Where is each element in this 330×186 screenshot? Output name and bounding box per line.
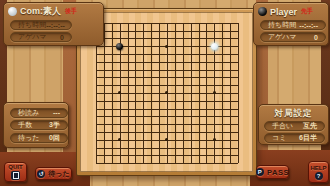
board-cell[interactable] xyxy=(139,74,147,82)
board-cell[interactable] xyxy=(108,151,116,159)
board-cell[interactable] xyxy=(195,35,203,43)
board-cell[interactable] xyxy=(210,35,218,43)
board-cell[interactable] xyxy=(218,50,226,58)
board-cell[interactable] xyxy=(108,136,116,144)
board-cell[interactable] xyxy=(226,128,234,136)
board-cell[interactable] xyxy=(108,89,116,97)
board-cell[interactable] xyxy=(218,42,226,50)
board-cell[interactable] xyxy=(139,151,147,159)
board-cell[interactable] xyxy=(195,58,203,66)
board-cell[interactable] xyxy=(218,66,226,74)
board-cell[interactable] xyxy=(139,66,147,74)
board-cell[interactable] xyxy=(226,35,234,43)
board-cell[interactable] xyxy=(92,159,100,167)
board-cell[interactable] xyxy=(147,42,155,50)
board-cell[interactable] xyxy=(147,35,155,43)
board-cell[interactable] xyxy=(139,120,147,128)
board-cell[interactable] xyxy=(203,50,211,58)
board-cell[interactable] xyxy=(226,97,234,105)
board-cell[interactable] xyxy=(226,74,234,82)
board-cell[interactable] xyxy=(195,89,203,97)
board-cell[interactable] xyxy=(226,151,234,159)
board-cell[interactable] xyxy=(163,144,171,152)
board-cell[interactable] xyxy=(100,74,108,82)
board-cell[interactable] xyxy=(171,128,179,136)
board-cell[interactable] xyxy=(195,97,203,105)
board-cell[interactable] xyxy=(218,105,226,113)
board-cell[interactable] xyxy=(116,144,124,152)
board-cell[interactable] xyxy=(131,151,139,159)
board-cell[interactable] xyxy=(163,89,171,97)
board-cell[interactable] xyxy=(147,105,155,113)
board-cell[interactable] xyxy=(124,112,132,120)
board-cell[interactable] xyxy=(187,112,195,120)
board-cell[interactable] xyxy=(124,120,132,128)
board-cell[interactable] xyxy=(116,136,124,144)
board-cell[interactable] xyxy=(179,159,187,167)
board-cell[interactable] xyxy=(155,97,163,105)
board-cell[interactable] xyxy=(218,136,226,144)
board-cell[interactable] xyxy=(218,112,226,120)
board-cell[interactable] xyxy=(108,74,116,82)
board-cell[interactable] xyxy=(92,112,100,120)
board-cell[interactable] xyxy=(155,144,163,152)
board-cell[interactable] xyxy=(210,159,218,167)
board-cell[interactable] xyxy=(179,19,187,27)
board-cell[interactable] xyxy=(234,35,242,43)
board-cell[interactable] xyxy=(179,128,187,136)
board-cell[interactable] xyxy=(108,27,116,35)
board-cell[interactable] xyxy=(187,35,195,43)
board-grid[interactable] xyxy=(92,19,242,167)
board-cell[interactable] xyxy=(187,81,195,89)
board-cell[interactable] xyxy=(131,42,139,50)
board-cell[interactable] xyxy=(203,27,211,35)
board-cell[interactable] xyxy=(139,128,147,136)
board-cell[interactable] xyxy=(171,105,179,113)
board-cell[interactable] xyxy=(234,19,242,27)
board-cell[interactable] xyxy=(131,27,139,35)
board-cell[interactable] xyxy=(234,89,242,97)
board-cell[interactable] xyxy=(210,19,218,27)
board-cell[interactable] xyxy=(131,35,139,43)
board-cell[interactable] xyxy=(203,144,211,152)
board-cell[interactable] xyxy=(100,151,108,159)
board-cell[interactable] xyxy=(179,81,187,89)
board-cell[interactable] xyxy=(203,74,211,82)
board-cell[interactable] xyxy=(124,27,132,35)
board-cell[interactable] xyxy=(116,81,124,89)
board-cell[interactable] xyxy=(179,27,187,35)
board-cell[interactable] xyxy=(195,50,203,58)
board-cell[interactable] xyxy=(187,136,195,144)
board-cell[interactable] xyxy=(139,136,147,144)
board-cell[interactable] xyxy=(108,58,116,66)
board-cell[interactable] xyxy=(218,97,226,105)
board-cell[interactable] xyxy=(171,144,179,152)
board-cell[interactable] xyxy=(155,74,163,82)
board-cell[interactable] xyxy=(203,58,211,66)
board-cell[interactable] xyxy=(147,151,155,159)
board-cell[interactable] xyxy=(187,42,195,50)
board-cell[interactable] xyxy=(92,105,100,113)
board-cell[interactable] xyxy=(163,66,171,74)
board-cell[interactable] xyxy=(155,159,163,167)
board-cell[interactable] xyxy=(116,151,124,159)
board-cell[interactable] xyxy=(139,81,147,89)
board-cell[interactable] xyxy=(108,19,116,27)
board-cell[interactable] xyxy=(116,50,124,58)
board-cell[interactable] xyxy=(218,81,226,89)
board-cell[interactable] xyxy=(108,159,116,167)
board-cell[interactable] xyxy=(210,27,218,35)
board-cell[interactable] xyxy=(218,128,226,136)
board-cell[interactable] xyxy=(108,35,116,43)
board-cell[interactable] xyxy=(139,27,147,35)
board-cell[interactable] xyxy=(92,81,100,89)
board-cell[interactable] xyxy=(210,66,218,74)
board-cell[interactable] xyxy=(218,120,226,128)
board-cell[interactable] xyxy=(100,144,108,152)
board-cell[interactable] xyxy=(226,27,234,35)
board-cell[interactable] xyxy=(155,120,163,128)
help-button[interactable]: HELP ? xyxy=(308,161,329,183)
board-cell[interactable] xyxy=(147,58,155,66)
board-cell[interactable] xyxy=(218,19,226,27)
board-cell[interactable] xyxy=(226,89,234,97)
board-cell[interactable] xyxy=(116,58,124,66)
board-cell[interactable] xyxy=(124,89,132,97)
pass-button[interactable]: P PASS xyxy=(256,165,289,179)
board-cell[interactable] xyxy=(187,120,195,128)
board-cell[interactable] xyxy=(139,144,147,152)
board-cell[interactable] xyxy=(163,159,171,167)
board-cell[interactable] xyxy=(155,19,163,27)
board-cell[interactable] xyxy=(100,89,108,97)
board-cell[interactable] xyxy=(234,58,242,66)
board-cell[interactable] xyxy=(108,112,116,120)
board-cell[interactable] xyxy=(179,89,187,97)
board-cell[interactable] xyxy=(147,50,155,58)
board-cell[interactable] xyxy=(131,97,139,105)
board-cell[interactable] xyxy=(195,136,203,144)
board-cell[interactable] xyxy=(108,50,116,58)
board-cell[interactable] xyxy=(203,112,211,120)
board-cell[interactable] xyxy=(100,66,108,74)
board-cell[interactable] xyxy=(234,112,242,120)
board-cell[interactable] xyxy=(131,159,139,167)
board-cell[interactable] xyxy=(179,97,187,105)
board-cell[interactable] xyxy=(124,66,132,74)
board-cell[interactable] xyxy=(226,159,234,167)
board-cell[interactable] xyxy=(187,58,195,66)
board-cell[interactable] xyxy=(179,144,187,152)
board-cell[interactable] xyxy=(226,66,234,74)
board-cell[interactable] xyxy=(100,105,108,113)
board-cell[interactable] xyxy=(92,136,100,144)
board-cell[interactable] xyxy=(139,35,147,43)
board-cell[interactable] xyxy=(92,151,100,159)
board-cell[interactable] xyxy=(124,35,132,43)
board-cell[interactable] xyxy=(131,112,139,120)
board-cell[interactable] xyxy=(131,136,139,144)
board-cell[interactable] xyxy=(131,66,139,74)
board-cell[interactable] xyxy=(131,50,139,58)
board-cell[interactable] xyxy=(124,19,132,27)
board-cell[interactable] xyxy=(147,74,155,82)
board-cell[interactable] xyxy=(234,27,242,35)
board-cell[interactable] xyxy=(116,159,124,167)
board-cell[interactable] xyxy=(187,19,195,27)
board-cell[interactable] xyxy=(203,97,211,105)
board-cell[interactable] xyxy=(147,97,155,105)
board-cell[interactable] xyxy=(100,58,108,66)
board-cell[interactable] xyxy=(92,128,100,136)
board-cell[interactable] xyxy=(226,50,234,58)
board-cell[interactable] xyxy=(116,105,124,113)
board-cell[interactable] xyxy=(116,97,124,105)
board-cell[interactable] xyxy=(187,50,195,58)
board-cell[interactable] xyxy=(163,112,171,120)
board-cell[interactable] xyxy=(226,144,234,152)
board-cell[interactable] xyxy=(226,58,234,66)
board-cell[interactable] xyxy=(195,81,203,89)
board-cell[interactable] xyxy=(92,50,100,58)
board-cell[interactable] xyxy=(108,66,116,74)
board-cell[interactable] xyxy=(195,19,203,27)
board-cell[interactable] xyxy=(171,35,179,43)
board-cell[interactable] xyxy=(218,27,226,35)
board-cell[interactable] xyxy=(100,120,108,128)
board-cell[interactable] xyxy=(131,128,139,136)
board-cell[interactable] xyxy=(210,42,218,50)
board-cell[interactable] xyxy=(163,151,171,159)
board-cell[interactable] xyxy=(116,27,124,35)
board-cell[interactable] xyxy=(203,42,211,50)
board-cell[interactable] xyxy=(155,136,163,144)
board-cell[interactable] xyxy=(124,42,132,50)
board-cell[interactable] xyxy=(171,19,179,27)
board-cell[interactable] xyxy=(100,97,108,105)
board-cell[interactable] xyxy=(195,112,203,120)
board-cell[interactable] xyxy=(210,97,218,105)
board-cell[interactable] xyxy=(163,128,171,136)
board-cell[interactable] xyxy=(139,19,147,27)
board-cell[interactable] xyxy=(108,105,116,113)
board-cell[interactable] xyxy=(171,136,179,144)
board-cell[interactable] xyxy=(92,58,100,66)
board-cell[interactable] xyxy=(203,120,211,128)
board-cell[interactable] xyxy=(171,81,179,89)
board-cell[interactable] xyxy=(163,136,171,144)
board-cell[interactable] xyxy=(100,136,108,144)
board-cell[interactable] xyxy=(187,151,195,159)
board-cell[interactable] xyxy=(147,89,155,97)
board-cell[interactable] xyxy=(203,159,211,167)
board-cell[interactable] xyxy=(195,105,203,113)
board-cell[interactable] xyxy=(179,136,187,144)
board-cell[interactable] xyxy=(116,35,124,43)
board-cell[interactable] xyxy=(210,128,218,136)
board-cell[interactable] xyxy=(124,159,132,167)
board-cell[interactable] xyxy=(163,81,171,89)
board-cell[interactable] xyxy=(163,58,171,66)
board-cell[interactable] xyxy=(226,136,234,144)
board-cell[interactable] xyxy=(171,97,179,105)
board-cell[interactable] xyxy=(195,144,203,152)
board-cell[interactable] xyxy=(163,105,171,113)
board-cell[interactable] xyxy=(108,42,116,50)
board-cell[interactable] xyxy=(147,27,155,35)
board-cell[interactable] xyxy=(195,66,203,74)
board-cell[interactable] xyxy=(203,35,211,43)
board-cell[interactable] xyxy=(210,105,218,113)
board-cell[interactable] xyxy=(147,136,155,144)
board-cell[interactable] xyxy=(163,120,171,128)
board-cell[interactable] xyxy=(147,128,155,136)
board-cell[interactable] xyxy=(92,89,100,97)
board-cell[interactable] xyxy=(203,136,211,144)
board-cell[interactable] xyxy=(234,151,242,159)
board-cell[interactable] xyxy=(179,112,187,120)
board-cell[interactable] xyxy=(108,97,116,105)
board-cell[interactable] xyxy=(155,50,163,58)
board-cell[interactable] xyxy=(131,81,139,89)
board-cell[interactable] xyxy=(116,89,124,97)
board-cell[interactable] xyxy=(116,112,124,120)
board-cell[interactable] xyxy=(147,144,155,152)
board-cell[interactable] xyxy=(124,151,132,159)
board-cell[interactable] xyxy=(163,97,171,105)
board-cell[interactable] xyxy=(218,35,226,43)
board-cell[interactable] xyxy=(155,105,163,113)
board-cell[interactable] xyxy=(187,27,195,35)
board-cell[interactable] xyxy=(131,120,139,128)
board-cell[interactable] xyxy=(203,151,211,159)
board-cell[interactable] xyxy=(155,81,163,89)
board-cell[interactable] xyxy=(131,58,139,66)
board-cell[interactable] xyxy=(131,105,139,113)
board-cell[interactable] xyxy=(100,81,108,89)
board-cell[interactable] xyxy=(179,120,187,128)
board-cell[interactable] xyxy=(100,128,108,136)
board-cell[interactable] xyxy=(131,89,139,97)
board-cell[interactable] xyxy=(187,66,195,74)
board-cell[interactable] xyxy=(187,159,195,167)
board-cell[interactable] xyxy=(210,136,218,144)
board-cell[interactable] xyxy=(234,136,242,144)
board-cell[interactable] xyxy=(210,89,218,97)
board-cell[interactable] xyxy=(234,42,242,50)
board-cell[interactable] xyxy=(210,144,218,152)
board-cell[interactable] xyxy=(124,58,132,66)
board-cell[interactable] xyxy=(195,42,203,50)
board-cell[interactable] xyxy=(234,81,242,89)
board-cell[interactable] xyxy=(131,19,139,27)
board-cell[interactable] xyxy=(218,89,226,97)
board-cell[interactable] xyxy=(203,66,211,74)
board-cell[interactable] xyxy=(92,74,100,82)
board-cell[interactable] xyxy=(116,42,124,50)
board-cell[interactable] xyxy=(155,89,163,97)
board-cell[interactable] xyxy=(124,105,132,113)
board-cell[interactable] xyxy=(179,35,187,43)
board-cell[interactable] xyxy=(234,144,242,152)
board-cell[interactable] xyxy=(171,66,179,74)
board-cell[interactable] xyxy=(226,42,234,50)
board-cell[interactable] xyxy=(139,58,147,66)
board-cell[interactable] xyxy=(203,89,211,97)
board-cell[interactable] xyxy=(234,66,242,74)
board-cell[interactable] xyxy=(179,105,187,113)
board-cell[interactable] xyxy=(195,74,203,82)
board-cell[interactable] xyxy=(171,89,179,97)
board-cell[interactable] xyxy=(179,74,187,82)
board-cell[interactable] xyxy=(139,159,147,167)
board-cell[interactable] xyxy=(210,58,218,66)
board-cell[interactable] xyxy=(218,74,226,82)
board-cell[interactable] xyxy=(179,42,187,50)
board-cell[interactable] xyxy=(163,50,171,58)
board-cell[interactable] xyxy=(187,97,195,105)
board-cell[interactable] xyxy=(124,136,132,144)
board-cell[interactable] xyxy=(203,19,211,27)
board-cell[interactable] xyxy=(226,120,234,128)
board-cell[interactable] xyxy=(171,58,179,66)
board-cell[interactable] xyxy=(139,50,147,58)
board-cell[interactable] xyxy=(163,42,171,50)
board-cell[interactable] xyxy=(171,112,179,120)
board-cell[interactable] xyxy=(139,42,147,50)
board-cell[interactable] xyxy=(124,97,132,105)
board-cell[interactable] xyxy=(179,66,187,74)
board-cell[interactable] xyxy=(226,81,234,89)
board-cell[interactable] xyxy=(218,159,226,167)
board-cell[interactable] xyxy=(100,112,108,120)
board-cell[interactable] xyxy=(210,151,218,159)
board-cell[interactable] xyxy=(163,27,171,35)
board-cell[interactable] xyxy=(116,19,124,27)
board-cell[interactable] xyxy=(108,81,116,89)
board-cell[interactable] xyxy=(234,50,242,58)
board-cell[interactable] xyxy=(100,159,108,167)
board-cell[interactable] xyxy=(187,74,195,82)
board-cell[interactable] xyxy=(155,66,163,74)
board-cell[interactable] xyxy=(139,105,147,113)
board-cell[interactable] xyxy=(163,74,171,82)
board-cell[interactable] xyxy=(187,144,195,152)
board-cell[interactable] xyxy=(92,120,100,128)
board-cell[interactable] xyxy=(100,50,108,58)
board-cell[interactable] xyxy=(226,19,234,27)
board-cell[interactable] xyxy=(171,120,179,128)
board-cell[interactable] xyxy=(171,42,179,50)
board-cell[interactable] xyxy=(139,112,147,120)
board-cell[interactable] xyxy=(131,144,139,152)
board-cell[interactable] xyxy=(234,74,242,82)
board-cell[interactable] xyxy=(234,97,242,105)
board-cell[interactable] xyxy=(163,19,171,27)
board-cell[interactable] xyxy=(210,112,218,120)
board-cell[interactable] xyxy=(124,81,132,89)
board-cell[interactable] xyxy=(234,128,242,136)
board-cell[interactable] xyxy=(124,128,132,136)
board-cell[interactable] xyxy=(195,27,203,35)
board-cell[interactable] xyxy=(131,74,139,82)
board-cell[interactable] xyxy=(92,66,100,74)
board-cell[interactable] xyxy=(155,35,163,43)
board-cell[interactable] xyxy=(218,144,226,152)
